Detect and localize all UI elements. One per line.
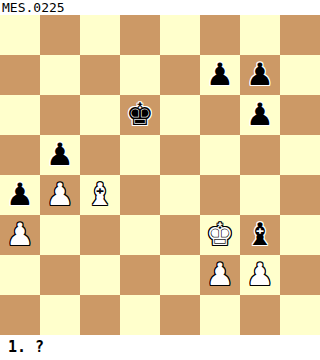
- square-g4[interactable]: [240, 175, 280, 215]
- square-b8[interactable]: [40, 15, 80, 55]
- square-e7[interactable]: [160, 55, 200, 95]
- square-d3[interactable]: [120, 215, 160, 255]
- square-a5[interactable]: [0, 135, 40, 175]
- piece-black-king: ♚: [126, 95, 154, 134]
- square-c6[interactable]: [80, 95, 120, 135]
- square-b1[interactable]: [40, 295, 80, 335]
- square-c1[interactable]: [80, 295, 120, 335]
- square-e8[interactable]: [160, 15, 200, 55]
- square-g7[interactable]: ♟: [240, 55, 280, 95]
- piece-black-pawn: ♟: [206, 55, 234, 94]
- square-e5[interactable]: [160, 135, 200, 175]
- square-e1[interactable]: [160, 295, 200, 335]
- square-a1[interactable]: [0, 295, 40, 335]
- square-h1[interactable]: [280, 295, 320, 335]
- square-a8[interactable]: [0, 15, 40, 55]
- square-e4[interactable]: [160, 175, 200, 215]
- square-e3[interactable]: [160, 215, 200, 255]
- square-d7[interactable]: [120, 55, 160, 95]
- square-a6[interactable]: [0, 95, 40, 135]
- piece-black-pawn: ♟: [246, 95, 274, 134]
- square-e2[interactable]: [160, 255, 200, 295]
- square-a2[interactable]: [0, 255, 40, 295]
- square-g1[interactable]: [240, 295, 280, 335]
- square-b3[interactable]: [40, 215, 80, 255]
- square-h8[interactable]: [280, 15, 320, 55]
- square-h5[interactable]: [280, 135, 320, 175]
- square-h7[interactable]: [280, 55, 320, 95]
- square-f2[interactable]: ♟: [200, 255, 240, 295]
- piece-white-pawn: ♟: [206, 255, 234, 294]
- square-d6[interactable]: ♚: [120, 95, 160, 135]
- square-g5[interactable]: [240, 135, 280, 175]
- square-h4[interactable]: [280, 175, 320, 215]
- piece-white-pawn: ♟: [246, 255, 274, 294]
- square-g2[interactable]: ♟: [240, 255, 280, 295]
- square-c4[interactable]: ♝: [80, 175, 120, 215]
- square-f8[interactable]: [200, 15, 240, 55]
- piece-white-king: ♚: [206, 215, 234, 254]
- piece-black-pawn: ♟: [6, 175, 34, 214]
- square-a4[interactable]: ♟: [0, 175, 40, 215]
- piece-white-bishop: ♝: [86, 175, 114, 214]
- move-prompt: 1. ?: [8, 337, 44, 360]
- square-d1[interactable]: [120, 295, 160, 335]
- square-h6[interactable]: [280, 95, 320, 135]
- square-a7[interactable]: [0, 55, 40, 95]
- square-c8[interactable]: [80, 15, 120, 55]
- square-g3[interactable]: ♝: [240, 215, 280, 255]
- square-c3[interactable]: [80, 215, 120, 255]
- square-d2[interactable]: [120, 255, 160, 295]
- piece-black-pawn: ♟: [246, 55, 274, 94]
- chess-board: ♟♟♚♟♟♟♟♝♟♚♝♟♟: [0, 15, 320, 335]
- square-f5[interactable]: [200, 135, 240, 175]
- square-c5[interactable]: [80, 135, 120, 175]
- piece-white-pawn: ♟: [46, 175, 74, 214]
- square-b7[interactable]: [40, 55, 80, 95]
- square-b5[interactable]: ♟: [40, 135, 80, 175]
- chess-diagram: MES.0225 ♟♟♚♟♟♟♟♝♟♚♝♟♟ 1. ?: [0, 0, 320, 360]
- square-d4[interactable]: [120, 175, 160, 215]
- square-d8[interactable]: [120, 15, 160, 55]
- square-g8[interactable]: [240, 15, 280, 55]
- square-f7[interactable]: ♟: [200, 55, 240, 95]
- square-f1[interactable]: [200, 295, 240, 335]
- square-f3[interactable]: ♚: [200, 215, 240, 255]
- square-f4[interactable]: [200, 175, 240, 215]
- square-d5[interactable]: [120, 135, 160, 175]
- square-e6[interactable]: [160, 95, 200, 135]
- piece-black-pawn: ♟: [46, 135, 74, 174]
- square-b6[interactable]: [40, 95, 80, 135]
- square-c2[interactable]: [80, 255, 120, 295]
- diagram-title: MES.0225: [2, 0, 65, 15]
- square-b2[interactable]: [40, 255, 80, 295]
- piece-black-bishop: ♝: [246, 215, 274, 254]
- square-h3[interactable]: [280, 215, 320, 255]
- square-b4[interactable]: ♟: [40, 175, 80, 215]
- square-a3[interactable]: ♟: [0, 215, 40, 255]
- piece-white-pawn: ♟: [6, 215, 34, 254]
- square-f6[interactable]: [200, 95, 240, 135]
- square-c7[interactable]: [80, 55, 120, 95]
- square-g6[interactable]: ♟: [240, 95, 280, 135]
- square-h2[interactable]: [280, 255, 320, 295]
